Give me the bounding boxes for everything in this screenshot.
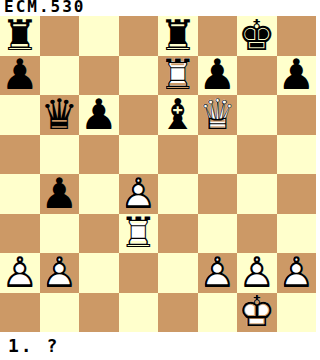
square-d6[interactable] [119, 95, 159, 135]
black-rook-piece: ♜ [159, 16, 197, 56]
square-h8[interactable] [277, 16, 317, 56]
chess-board: ♜♜♚♟♜♖♟♟♛♟♝♛♕♟♟♙♜♖♟♙♟♙♟♙♟♙♟♙♚♔ [0, 16, 316, 332]
square-e7[interactable]: ♜♖ [158, 56, 198, 96]
square-a2[interactable]: ♟♙ [0, 253, 40, 293]
square-f2[interactable]: ♟♙ [198, 253, 238, 293]
puzzle-id: ECM.530 [4, 0, 85, 15]
square-d1[interactable] [119, 293, 159, 333]
white-pawn-piece: ♟♙ [40, 253, 78, 293]
square-g8[interactable]: ♚ [237, 16, 277, 56]
square-d5[interactable] [119, 135, 159, 175]
square-c8[interactable] [79, 16, 119, 56]
black-pawn-piece: ♟ [198, 56, 236, 96]
square-g6[interactable] [237, 95, 277, 135]
square-b2[interactable]: ♟♙ [40, 253, 80, 293]
white-pawn-piece: ♟♙ [198, 253, 236, 293]
square-c2[interactable] [79, 253, 119, 293]
square-f5[interactable] [198, 135, 238, 175]
square-b4[interactable]: ♟ [40, 174, 80, 214]
white-rook-piece: ♜♖ [159, 56, 197, 96]
black-king-piece: ♚ [238, 16, 276, 56]
square-a7[interactable]: ♟ [0, 56, 40, 96]
square-b7[interactable] [40, 56, 80, 96]
square-e1[interactable] [158, 293, 198, 333]
square-g1[interactable]: ♚♔ [237, 293, 277, 333]
black-pawn-piece: ♟ [80, 95, 118, 135]
square-a3[interactable] [0, 214, 40, 254]
square-d7[interactable] [119, 56, 159, 96]
square-a6[interactable] [0, 95, 40, 135]
white-pawn-piece: ♟♙ [119, 174, 157, 214]
square-e3[interactable] [158, 214, 198, 254]
square-g2[interactable]: ♟♙ [237, 253, 277, 293]
square-b6[interactable]: ♛ [40, 95, 80, 135]
square-h5[interactable] [277, 135, 317, 175]
square-d2[interactable] [119, 253, 159, 293]
square-a1[interactable] [0, 293, 40, 333]
square-c7[interactable] [79, 56, 119, 96]
square-b1[interactable] [40, 293, 80, 333]
square-h3[interactable] [277, 214, 317, 254]
square-e8[interactable]: ♜ [158, 16, 198, 56]
square-g5[interactable] [237, 135, 277, 175]
black-queen-piece: ♛ [40, 95, 78, 135]
move-prompt: 1. ? [8, 336, 59, 356]
square-c3[interactable] [79, 214, 119, 254]
white-pawn-piece: ♟♙ [277, 253, 315, 293]
square-c4[interactable] [79, 174, 119, 214]
square-a4[interactable] [0, 174, 40, 214]
square-b8[interactable] [40, 16, 80, 56]
square-b3[interactable] [40, 214, 80, 254]
white-pawn-piece: ♟♙ [1, 253, 39, 293]
white-king-piece: ♚♔ [238, 293, 276, 333]
black-pawn-piece: ♟ [1, 56, 39, 96]
square-d8[interactable] [119, 16, 159, 56]
square-b5[interactable] [40, 135, 80, 175]
square-f6[interactable]: ♛♕ [198, 95, 238, 135]
square-e2[interactable] [158, 253, 198, 293]
black-rook-piece: ♜ [1, 16, 39, 56]
square-g3[interactable] [237, 214, 277, 254]
square-d3[interactable]: ♜♖ [119, 214, 159, 254]
white-pawn-piece: ♟♙ [238, 253, 276, 293]
square-g4[interactable] [237, 174, 277, 214]
black-bishop-piece: ♝ [159, 95, 197, 135]
square-f4[interactable] [198, 174, 238, 214]
square-e4[interactable] [158, 174, 198, 214]
square-h4[interactable] [277, 174, 317, 214]
square-f1[interactable] [198, 293, 238, 333]
square-g7[interactable] [237, 56, 277, 96]
square-c6[interactable]: ♟ [79, 95, 119, 135]
black-pawn-piece: ♟ [40, 174, 78, 214]
square-h2[interactable]: ♟♙ [277, 253, 317, 293]
square-f3[interactable] [198, 214, 238, 254]
square-e5[interactable] [158, 135, 198, 175]
square-c1[interactable] [79, 293, 119, 333]
square-f8[interactable] [198, 16, 238, 56]
white-queen-piece: ♛♕ [198, 95, 236, 135]
square-h6[interactable] [277, 95, 317, 135]
black-pawn-piece: ♟ [277, 56, 315, 96]
square-f7[interactable]: ♟ [198, 56, 238, 96]
square-h1[interactable] [277, 293, 317, 333]
chess-program-window: ECM.530 ♜♜♚♟♜♖♟♟♛♟♝♛♕♟♟♙♜♖♟♙♟♙♟♙♟♙♟♙♚♔ 1… [0, 0, 320, 360]
square-a5[interactable] [0, 135, 40, 175]
square-a8[interactable]: ♜ [0, 16, 40, 56]
square-h7[interactable]: ♟ [277, 56, 317, 96]
square-c5[interactable] [79, 135, 119, 175]
white-rook-piece: ♜♖ [119, 214, 157, 254]
square-d4[interactable]: ♟♙ [119, 174, 159, 214]
square-e6[interactable]: ♝ [158, 95, 198, 135]
